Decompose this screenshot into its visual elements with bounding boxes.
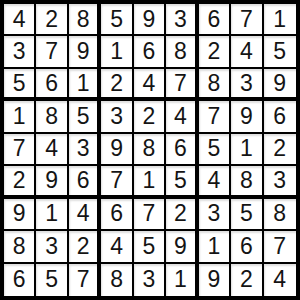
sudoku-cell[interactable]: 3 xyxy=(69,134,101,166)
cell-digit: 9 xyxy=(207,268,220,291)
cell-digit: 7 xyxy=(207,105,220,128)
sudoku-cell[interactable]: 3 xyxy=(264,166,296,198)
sudoku-cell[interactable]: 4 xyxy=(264,264,296,296)
sudoku-cell[interactable]: 8 xyxy=(264,199,296,231)
cell-digit: 7 xyxy=(77,268,90,291)
cell-digit: 3 xyxy=(110,105,123,128)
cell-digit: 2 xyxy=(110,72,123,95)
sudoku-cell[interactable]: 7 xyxy=(199,101,231,133)
sudoku-cell[interactable]: 7 xyxy=(134,199,166,231)
cell-digit: 3 xyxy=(273,169,286,192)
sudoku-board: 4285936713791682455612478391853247967439… xyxy=(0,0,300,300)
sudoku-cell[interactable]: 3 xyxy=(231,69,263,101)
sudoku-cell[interactable]: 1 xyxy=(166,264,198,296)
sudoku-cell[interactable]: 1 xyxy=(101,36,133,68)
cell-digit: 4 xyxy=(240,40,253,63)
sudoku-cell[interactable]: 9 xyxy=(69,36,101,68)
cell-digit: 4 xyxy=(174,105,187,128)
cell-digit: 5 xyxy=(207,137,220,160)
cell-digit: 8 xyxy=(143,137,156,160)
sudoku-cell[interactable]: 5 xyxy=(166,166,198,198)
sudoku-cell[interactable]: 9 xyxy=(199,264,231,296)
sudoku-cell[interactable]: 9 xyxy=(166,231,198,263)
sudoku-cell[interactable]: 1 xyxy=(199,231,231,263)
sudoku-cell[interactable]: 4 xyxy=(134,69,166,101)
sudoku-cell[interactable]: 1 xyxy=(4,101,36,133)
cell-digit: 5 xyxy=(77,105,90,128)
sudoku-cell[interactable]: 2 xyxy=(166,199,198,231)
sudoku-cell[interactable]: 3 xyxy=(4,36,36,68)
sudoku-cell[interactable]: 8 xyxy=(134,134,166,166)
sudoku-cell[interactable]: 9 xyxy=(264,69,296,101)
cell-digit: 7 xyxy=(174,72,187,95)
cell-digit: 4 xyxy=(45,137,58,160)
sudoku-cell[interactable]: 7 xyxy=(4,134,36,166)
sudoku-cell[interactable]: 4 xyxy=(199,166,231,198)
cell-digit: 5 xyxy=(110,8,123,31)
sudoku-cell[interactable]: 4 xyxy=(101,231,133,263)
sudoku-cell[interactable]: 8 xyxy=(101,264,133,296)
sudoku-cell[interactable]: 3 xyxy=(134,264,166,296)
sudoku-cell[interactable]: 2 xyxy=(199,36,231,68)
cell-digit: 9 xyxy=(273,72,286,95)
sudoku-cell[interactable]: 4 xyxy=(231,36,263,68)
sudoku-cell[interactable]: 5 xyxy=(4,69,36,101)
cell-digit: 2 xyxy=(143,105,156,128)
cell-digit: 4 xyxy=(143,72,156,95)
cell-digit: 6 xyxy=(174,137,187,160)
sudoku-cell[interactable]: 5 xyxy=(101,4,133,36)
cell-digit: 6 xyxy=(13,268,26,291)
cell-digit: 7 xyxy=(13,137,26,160)
cell-digit: 2 xyxy=(13,169,26,192)
sudoku-cell[interactable]: 4 xyxy=(166,101,198,133)
cell-digit: 9 xyxy=(240,105,253,128)
cell-digit: 1 xyxy=(110,40,123,63)
cell-digit: 8 xyxy=(45,105,58,128)
sudoku-cell[interactable]: 6 xyxy=(264,101,296,133)
cell-digit: 2 xyxy=(207,40,220,63)
sudoku-cell[interactable]: 9 xyxy=(4,199,36,231)
cell-digit: 6 xyxy=(273,105,286,128)
sudoku-cell[interactable]: 7 xyxy=(36,36,68,68)
cell-digit: 9 xyxy=(110,137,123,160)
cell-digit: 1 xyxy=(273,8,286,31)
cell-digit: 5 xyxy=(45,268,58,291)
sudoku-cell[interactable]: 3 xyxy=(166,4,198,36)
sudoku-cell[interactable]: 3 xyxy=(101,101,133,133)
cell-digit: 3 xyxy=(207,202,220,225)
sudoku-cell[interactable]: 6 xyxy=(69,166,101,198)
cell-digit: 4 xyxy=(273,268,286,291)
cell-digit: 2 xyxy=(77,235,90,258)
cell-digit: 5 xyxy=(143,235,156,258)
cell-digit: 7 xyxy=(273,235,286,258)
cell-digit: 3 xyxy=(174,8,187,31)
sudoku-cell[interactable]: 1 xyxy=(231,134,263,166)
cell-digit: 5 xyxy=(13,72,26,95)
sudoku-cell[interactable]: 9 xyxy=(134,4,166,36)
sudoku-cell[interactable]: 5 xyxy=(36,264,68,296)
sudoku-cell[interactable]: 5 xyxy=(199,134,231,166)
sudoku-cell[interactable]: 5 xyxy=(231,199,263,231)
sudoku-cell[interactable]: 6 xyxy=(36,69,68,101)
cell-digit: 4 xyxy=(110,235,123,258)
sudoku-cell[interactable]: 4 xyxy=(69,199,101,231)
cell-digit: 1 xyxy=(77,72,90,95)
cell-digit: 2 xyxy=(45,8,58,31)
sudoku-cell[interactable]: 2 xyxy=(69,231,101,263)
sudoku-cell[interactable]: 5 xyxy=(264,36,296,68)
sudoku-cell[interactable]: 2 xyxy=(264,134,296,166)
cell-digit: 1 xyxy=(13,105,26,128)
sudoku-cell[interactable]: 5 xyxy=(134,231,166,263)
cell-digit: 3 xyxy=(143,268,156,291)
cell-digit: 9 xyxy=(174,235,187,258)
sudoku-cell[interactable]: 6 xyxy=(4,264,36,296)
cell-digit: 8 xyxy=(273,202,286,225)
sudoku-cell[interactable]: 2 xyxy=(36,4,68,36)
sudoku-cell[interactable]: 9 xyxy=(36,166,68,198)
cell-digit: 5 xyxy=(240,202,253,225)
cell-digit: 7 xyxy=(143,202,156,225)
sudoku-cell[interactable]: 1 xyxy=(69,69,101,101)
sudoku-cell[interactable]: 4 xyxy=(36,134,68,166)
cell-digit: 2 xyxy=(240,268,253,291)
sudoku-cell[interactable]: 9 xyxy=(231,101,263,133)
cell-digit: 8 xyxy=(13,235,26,258)
cell-digit: 5 xyxy=(174,169,187,192)
sudoku-cell[interactable]: 7 xyxy=(264,231,296,263)
sudoku-cell[interactable]: 5 xyxy=(69,101,101,133)
cell-digit: 4 xyxy=(77,202,90,225)
cell-digit: 3 xyxy=(13,40,26,63)
sudoku-cell[interactable]: 7 xyxy=(231,4,263,36)
cell-digit: 2 xyxy=(273,137,286,160)
cell-digit: 1 xyxy=(174,268,187,291)
sudoku-cell[interactable]: 3 xyxy=(199,199,231,231)
sudoku-cell[interactable]: 7 xyxy=(101,166,133,198)
sudoku-cell[interactable]: 4 xyxy=(4,4,36,36)
sudoku-cell[interactable]: 8 xyxy=(199,69,231,101)
cell-digit: 7 xyxy=(110,169,123,192)
cell-digit: 7 xyxy=(240,8,253,31)
sudoku-cell[interactable]: 6 xyxy=(101,199,133,231)
cell-digit: 6 xyxy=(77,169,90,192)
cell-digit: 8 xyxy=(110,268,123,291)
sudoku-cell[interactable]: 2 xyxy=(231,264,263,296)
cell-digit: 6 xyxy=(45,72,58,95)
cell-digit: 8 xyxy=(174,40,187,63)
cell-digit: 1 xyxy=(207,235,220,258)
cell-digit: 3 xyxy=(45,235,58,258)
cell-digit: 1 xyxy=(45,202,58,225)
cell-digit: 9 xyxy=(77,40,90,63)
sudoku-cell[interactable]: 3 xyxy=(36,231,68,263)
sudoku-cell[interactable]: 8 xyxy=(69,4,101,36)
sudoku-cell[interactable]: 1 xyxy=(134,166,166,198)
cell-digit: 8 xyxy=(77,8,90,31)
sudoku-cell[interactable]: 6 xyxy=(134,36,166,68)
cell-digit: 6 xyxy=(143,40,156,63)
cell-digit: 7 xyxy=(45,40,58,63)
cell-digit: 1 xyxy=(240,137,253,160)
cell-digit: 2 xyxy=(174,202,187,225)
sudoku-cell[interactable]: 8 xyxy=(166,36,198,68)
cell-digit: 9 xyxy=(143,8,156,31)
sudoku-cell[interactable]: 2 xyxy=(134,101,166,133)
sudoku-cell[interactable]: 9 xyxy=(101,134,133,166)
sudoku-cell[interactable]: 6 xyxy=(199,4,231,36)
sudoku-cell[interactable]: 1 xyxy=(36,199,68,231)
cell-digit: 9 xyxy=(45,169,58,192)
cell-digit: 4 xyxy=(207,169,220,192)
sudoku-cell[interactable]: 8 xyxy=(231,166,263,198)
sudoku-cell[interactable]: 7 xyxy=(69,264,101,296)
cell-digit: 6 xyxy=(110,202,123,225)
sudoku-cell[interactable]: 8 xyxy=(4,231,36,263)
cell-digit: 6 xyxy=(240,235,253,258)
cell-digit: 6 xyxy=(207,8,220,31)
cell-digit: 4 xyxy=(13,8,26,31)
sudoku-cell[interactable]: 7 xyxy=(166,69,198,101)
sudoku-cell[interactable]: 2 xyxy=(4,166,36,198)
cell-digit: 1 xyxy=(143,169,156,192)
cell-digit: 8 xyxy=(240,169,253,192)
cell-digit: 3 xyxy=(240,72,253,95)
cell-digit: 8 xyxy=(207,72,220,95)
sudoku-cell[interactable]: 2 xyxy=(101,69,133,101)
sudoku-cell[interactable]: 8 xyxy=(36,101,68,133)
sudoku-cell[interactable]: 6 xyxy=(231,231,263,263)
sudoku-cell[interactable]: 1 xyxy=(264,4,296,36)
cell-digit: 5 xyxy=(273,40,286,63)
sudoku-cell[interactable]: 6 xyxy=(166,134,198,166)
cell-digit: 3 xyxy=(77,137,90,160)
cell-digit: 9 xyxy=(13,202,26,225)
